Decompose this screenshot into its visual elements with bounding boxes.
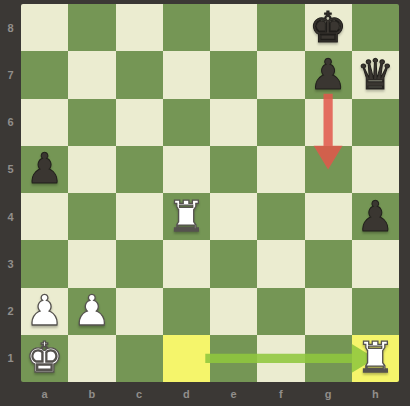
file-coordinates: abcdefgh [21,382,399,406]
file-label-e: e [210,382,257,406]
pieces-layer: ♚♟♛♟♜♟♟♟♚♜ [21,4,399,382]
black-king-g8[interactable]: ♚ [305,4,352,51]
rank-coordinates: 87654321 [0,4,21,382]
white-king-a1[interactable]: ♚ [21,335,68,382]
rank-label-7: 7 [0,51,21,98]
white-rook-d4[interactable]: ♜ [163,193,210,240]
file-label-b: b [68,382,115,406]
file-label-g: g [305,382,352,406]
file-label-h: h [352,382,399,406]
rank-label-8: 8 [0,4,21,51]
black-pawn-a5[interactable]: ♟ [21,146,68,193]
rank-label-1: 1 [0,335,21,382]
white-rook-h1[interactable]: ♜ [352,335,399,382]
black-queen-h7[interactable]: ♛ [352,51,399,98]
file-label-a: a [21,382,68,406]
file-label-f: f [257,382,304,406]
rank-label-5: 5 [0,146,21,193]
rank-label-2: 2 [0,288,21,335]
white-pawn-b2[interactable]: ♟ [68,288,115,335]
rank-label-6: 6 [0,99,21,146]
rank-label-3: 3 [0,240,21,287]
file-label-d: d [163,382,210,406]
rank-label-4: 4 [0,193,21,240]
white-pawn-a2[interactable]: ♟ [21,288,68,335]
file-label-c: c [116,382,163,406]
black-pawn-g7[interactable]: ♟ [305,51,352,98]
board-container: 87654321 ♚♟♛♟♜♟♟♟♚♜ abcdefgh [0,0,410,406]
black-pawn-h4[interactable]: ♟ [352,193,399,240]
